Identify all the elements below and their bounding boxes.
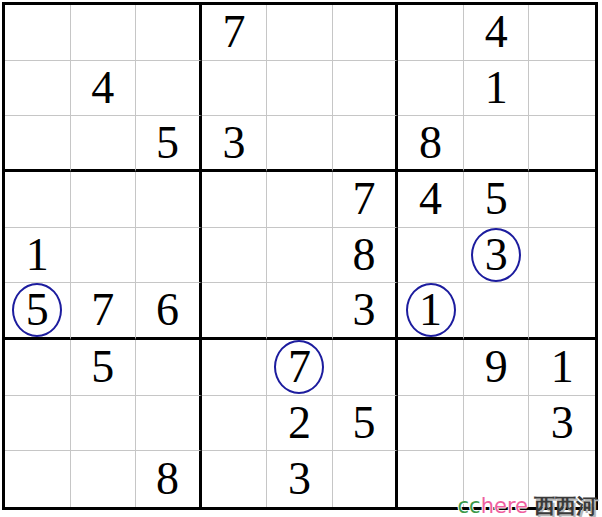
cell-r5c8[interactable]: 3 bbox=[464, 228, 530, 284]
cell-r3c7[interactable]: 8 bbox=[398, 116, 464, 172]
cell-r8c3[interactable] bbox=[136, 396, 202, 452]
digit: 8 bbox=[156, 456, 179, 502]
cell-r9c2[interactable] bbox=[71, 451, 137, 507]
digit: 3 bbox=[288, 456, 311, 502]
cell-r7c1[interactable] bbox=[5, 340, 71, 396]
cell-r7c7[interactable] bbox=[398, 340, 464, 396]
cell-r6c9[interactable] bbox=[529, 283, 595, 340]
cell-r4c8[interactable]: 5 bbox=[464, 172, 530, 228]
digit: 5 bbox=[485, 176, 508, 222]
cell-r9c5[interactable]: 3 bbox=[267, 451, 333, 507]
digit: 4 bbox=[485, 9, 508, 55]
cell-r9c6[interactable] bbox=[333, 451, 399, 507]
sudoku-page: 744153874518357631579125383 cchere西西河 bbox=[0, 0, 602, 517]
cell-r1c4[interactable]: 7 bbox=[202, 5, 268, 61]
cell-r6c5[interactable] bbox=[267, 283, 333, 340]
cell-r7c4[interactable] bbox=[202, 340, 268, 396]
cell-r5c9[interactable] bbox=[529, 228, 595, 284]
digit: 5 bbox=[353, 400, 376, 446]
digit: 1 bbox=[26, 232, 49, 278]
cell-r1c9[interactable] bbox=[529, 5, 595, 61]
cell-r6c1[interactable]: 5 bbox=[5, 283, 71, 340]
digit: 8 bbox=[419, 120, 442, 166]
digit: 7 bbox=[222, 9, 245, 55]
digit: 2 bbox=[288, 400, 311, 446]
digit: 3 bbox=[353, 287, 376, 333]
cell-r1c3[interactable] bbox=[136, 5, 202, 61]
cell-r8c8[interactable] bbox=[464, 396, 530, 452]
cell-r4c6[interactable]: 7 bbox=[333, 172, 399, 228]
cell-r9c7[interactable] bbox=[398, 451, 464, 507]
cell-r9c4[interactable] bbox=[202, 451, 268, 507]
digit: 7 bbox=[288, 344, 311, 390]
cell-r5c2[interactable] bbox=[71, 228, 137, 284]
cell-r6c2[interactable]: 7 bbox=[71, 283, 137, 340]
cell-r8c1[interactable] bbox=[5, 396, 71, 452]
cell-r2c9[interactable] bbox=[529, 61, 595, 117]
cell-r3c1[interactable] bbox=[5, 116, 71, 172]
cell-r1c1[interactable] bbox=[5, 5, 71, 61]
digit: 9 bbox=[485, 344, 508, 390]
cell-r2c5[interactable] bbox=[267, 61, 333, 117]
sudoku-board: 744153874518357631579125383 bbox=[2, 2, 598, 510]
digit: 5 bbox=[91, 344, 114, 390]
cell-r8c7[interactable] bbox=[398, 396, 464, 452]
cell-r4c9[interactable] bbox=[529, 172, 595, 228]
cell-r2c2[interactable]: 4 bbox=[71, 61, 137, 117]
cell-r1c7[interactable] bbox=[398, 5, 464, 61]
cell-r8c2[interactable] bbox=[71, 396, 137, 452]
watermark: cchere西西河 bbox=[458, 496, 597, 517]
cell-r8c6[interactable]: 5 bbox=[333, 396, 399, 452]
cell-r5c3[interactable] bbox=[136, 228, 202, 284]
digit: 5 bbox=[26, 287, 49, 333]
cell-r3c5[interactable] bbox=[267, 116, 333, 172]
cell-r7c6[interactable] bbox=[333, 340, 399, 396]
cell-r4c5[interactable] bbox=[267, 172, 333, 228]
digit: 1 bbox=[485, 65, 508, 111]
digit: 1 bbox=[551, 344, 574, 390]
cell-r4c7[interactable]: 4 bbox=[398, 172, 464, 228]
digit: 4 bbox=[419, 176, 442, 222]
cell-r1c2[interactable] bbox=[71, 5, 137, 61]
digit: 6 bbox=[156, 287, 179, 333]
cell-r7c3[interactable] bbox=[136, 340, 202, 396]
cell-r2c3[interactable] bbox=[136, 61, 202, 117]
cell-r8c9[interactable]: 3 bbox=[529, 396, 595, 452]
cell-r3c8[interactable] bbox=[464, 116, 530, 172]
cell-r7c9[interactable]: 1 bbox=[529, 340, 595, 396]
cell-r5c1[interactable]: 1 bbox=[5, 228, 71, 284]
circle-annotation: 1 bbox=[406, 283, 456, 337]
digit: 3 bbox=[485, 232, 508, 278]
cell-r4c2[interactable] bbox=[71, 172, 137, 228]
digit: 4 bbox=[91, 65, 114, 111]
cell-r5c4[interactable] bbox=[202, 228, 268, 284]
cell-r2c6[interactable] bbox=[333, 61, 399, 117]
cell-r3c3[interactable]: 5 bbox=[136, 116, 202, 172]
cell-r1c6[interactable] bbox=[333, 5, 399, 61]
cell-r6c3[interactable]: 6 bbox=[136, 283, 202, 340]
cell-r5c7[interactable] bbox=[398, 228, 464, 284]
cell-r9c3[interactable]: 8 bbox=[136, 451, 202, 507]
digit: 7 bbox=[353, 176, 376, 222]
cell-r3c6[interactable] bbox=[333, 116, 399, 172]
watermark-site-name: 西西河 bbox=[534, 494, 597, 517]
cell-r3c2[interactable] bbox=[71, 116, 137, 172]
cell-r4c1[interactable] bbox=[5, 172, 71, 228]
cell-r5c6[interactable]: 8 bbox=[333, 228, 399, 284]
cell-r7c8[interactable]: 9 bbox=[464, 340, 530, 396]
digit: 7 bbox=[91, 287, 114, 333]
digit: 8 bbox=[353, 232, 376, 278]
watermark-cc: cc bbox=[458, 494, 481, 517]
cell-r8c5[interactable]: 2 bbox=[267, 396, 333, 452]
cell-r1c8[interactable]: 4 bbox=[464, 5, 530, 61]
cell-r9c1[interactable] bbox=[5, 451, 71, 507]
digit: 3 bbox=[551, 400, 574, 446]
circle-annotation: 7 bbox=[274, 340, 324, 394]
cell-r4c3[interactable] bbox=[136, 172, 202, 228]
cell-r3c4[interactable]: 3 bbox=[202, 116, 268, 172]
watermark-here: here bbox=[481, 494, 528, 517]
digit: 3 bbox=[222, 120, 245, 166]
digit: 1 bbox=[419, 287, 442, 333]
cell-r5c5[interactable] bbox=[267, 228, 333, 284]
cell-r6c6[interactable]: 3 bbox=[333, 283, 399, 340]
cell-r7c5[interactable]: 7 bbox=[267, 340, 333, 396]
circle-annotation: 5 bbox=[12, 283, 62, 337]
cell-r2c8[interactable]: 1 bbox=[464, 61, 530, 117]
cell-r6c7[interactable]: 1 bbox=[398, 283, 464, 340]
circle-annotation: 3 bbox=[471, 228, 521, 282]
digit: 5 bbox=[156, 120, 179, 166]
cell-r2c4[interactable] bbox=[202, 61, 268, 117]
cell-r6c4[interactable] bbox=[202, 283, 268, 340]
cell-r2c7[interactable] bbox=[398, 61, 464, 117]
cell-r4c4[interactable] bbox=[202, 172, 268, 228]
cell-r3c9[interactable] bbox=[529, 116, 595, 172]
cell-r1c5[interactable] bbox=[267, 5, 333, 61]
cell-r7c2[interactable]: 5 bbox=[71, 340, 137, 396]
cell-r6c8[interactable] bbox=[464, 283, 530, 340]
cell-r2c1[interactable] bbox=[5, 61, 71, 117]
cell-r8c4[interactable] bbox=[202, 396, 268, 452]
